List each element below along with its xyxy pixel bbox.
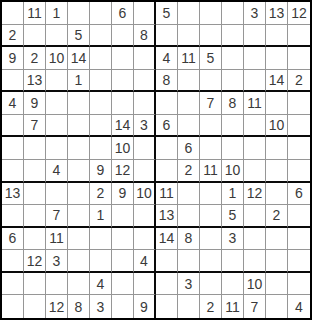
given-number: 7	[53, 208, 61, 222]
cell-r2c7[interactable]: 8	[134, 25, 156, 48]
given-number: 6	[295, 186, 303, 200]
given-number: 11	[27, 6, 42, 20]
cell-r1c1[interactable]	[2, 2, 24, 25]
given-number: 6	[119, 6, 127, 20]
cell-r5c9[interactable]	[178, 92, 200, 115]
given-number: 1	[53, 6, 61, 20]
cell-r7c4[interactable]	[68, 137, 90, 160]
given-number: 9	[9, 51, 17, 65]
cell-r14c8[interactable]	[156, 295, 178, 318]
cell-r14c12[interactable]: 7	[244, 295, 266, 318]
given-number: 8	[163, 73, 171, 87]
cell-r7c13[interactable]	[266, 137, 288, 160]
cell-r7c5[interactable]	[90, 137, 112, 160]
cell-r12c10[interactable]	[200, 250, 222, 273]
cell-r12c9[interactable]	[178, 250, 200, 273]
given-number: 8	[229, 96, 237, 110]
cell-r8c6[interactable]: 12	[112, 160, 134, 183]
given-number: 11	[181, 51, 196, 65]
cell-r12c14[interactable]	[288, 250, 310, 273]
cell-r2c5[interactable]	[90, 25, 112, 48]
cell-r4c9[interactable]	[178, 70, 200, 93]
cell-r12c13[interactable]	[266, 250, 288, 273]
given-number: 8	[185, 231, 193, 245]
cell-r9c2[interactable]	[24, 183, 46, 206]
cell-r14c1[interactable]	[2, 295, 24, 318]
cell-r9c13[interactable]	[266, 183, 288, 206]
cell-r3c5[interactable]	[90, 47, 112, 70]
cell-r11c5[interactable]	[90, 228, 112, 251]
cell-r8c10[interactable]: 11	[200, 160, 222, 183]
cell-r14c7[interactable]: 9	[134, 295, 156, 318]
cell-r9c6[interactable]: 9	[112, 183, 134, 206]
cell-r11c7[interactable]	[134, 228, 156, 251]
cell-r11c4[interactable]	[68, 228, 90, 251]
given-number: 12	[115, 163, 131, 177]
given-number: 10	[247, 277, 263, 291]
cell-r2c12[interactable]	[244, 25, 266, 48]
cell-r7c1[interactable]	[2, 137, 24, 160]
cell-r10c10[interactable]	[200, 205, 222, 228]
cell-r6c10[interactable]	[200, 115, 222, 138]
cell-r11c6[interactable]	[112, 228, 134, 251]
cell-r5c2[interactable]: 9	[24, 92, 46, 115]
given-number: 13	[159, 208, 175, 222]
cell-r11c9[interactable]: 8	[178, 228, 200, 251]
cell-r12c7[interactable]: 4	[134, 250, 156, 273]
cell-r10c7[interactable]	[134, 205, 156, 228]
cell-r8c1[interactable]	[2, 160, 24, 183]
given-number: 10	[49, 51, 65, 65]
given-number: 3	[53, 254, 61, 268]
cell-r14c10[interactable]: 2	[200, 295, 222, 318]
cell-r6c8[interactable]: 6	[156, 115, 178, 138]
given-number: 6	[185, 141, 193, 155]
cell-r10c1[interactable]	[2, 205, 24, 228]
cell-r1c11[interactable]	[222, 2, 244, 25]
cell-r4c11[interactable]	[222, 70, 244, 93]
given-number: 11	[49, 231, 64, 245]
cell-r5c4[interactable]	[68, 92, 90, 115]
cell-r2c3[interactable]	[46, 25, 68, 48]
given-number: 2	[97, 186, 105, 200]
cell-r4c2[interactable]: 13	[24, 70, 46, 93]
given-number: 3	[229, 231, 237, 245]
cell-r2c13[interactable]	[266, 25, 288, 48]
given-number: 2	[185, 163, 193, 177]
cell-r14c13[interactable]	[266, 295, 288, 318]
cell-r8c13[interactable]	[266, 160, 288, 183]
cell-r7c7[interactable]	[134, 137, 156, 160]
given-number: 8	[75, 300, 83, 314]
cell-r12c8[interactable]	[156, 250, 178, 273]
cell-r12c5[interactable]	[90, 250, 112, 273]
cell-r1c8[interactable]: 5	[156, 2, 178, 25]
cell-r5c12[interactable]: 11	[244, 92, 266, 115]
cell-r8c8[interactable]	[156, 160, 178, 183]
cell-r4c8[interactable]: 8	[156, 70, 178, 93]
cell-r14c11[interactable]: 11	[222, 295, 244, 318]
cell-r10c13[interactable]: 2	[266, 205, 288, 228]
given-number: 12	[49, 300, 65, 314]
cell-r4c12[interactable]	[244, 70, 266, 93]
given-number: 9	[31, 96, 39, 110]
cell-r3c8[interactable]: 4	[156, 47, 178, 70]
cell-r13c5[interactable]: 4	[90, 273, 112, 296]
cell-r7c6[interactable]: 10	[112, 137, 134, 160]
cell-r13c2[interactable]	[24, 273, 46, 296]
cell-r4c1[interactable]	[2, 70, 24, 93]
given-number: 12	[27, 254, 43, 268]
given-number: 2	[295, 73, 303, 87]
cell-r2c8[interactable]	[156, 25, 178, 48]
cell-r5c3[interactable]	[46, 92, 68, 115]
cell-r13c9[interactable]: 3	[178, 273, 200, 296]
cell-r1c7[interactable]	[134, 2, 156, 25]
cell-r14c6[interactable]	[112, 295, 134, 318]
cell-r13c7[interactable]	[134, 273, 156, 296]
cell-r13c8[interactable]	[156, 273, 178, 296]
given-number: 2	[273, 208, 281, 222]
cell-r1c14[interactable]: 12	[288, 2, 310, 25]
cell-r1c3[interactable]: 1	[46, 2, 68, 25]
cell-r10c14[interactable]	[288, 205, 310, 228]
cell-r7c2[interactable]	[24, 137, 46, 160]
given-number: 3	[185, 277, 193, 291]
given-number: 4	[97, 277, 105, 291]
cell-r6c12[interactable]	[244, 115, 266, 138]
cell-r3c4[interactable]: 14	[68, 47, 90, 70]
cell-r6c5[interactable]	[90, 115, 112, 138]
cell-r10c3[interactable]: 7	[46, 205, 68, 228]
cell-r8c12[interactable]	[244, 160, 266, 183]
given-number: 10	[115, 141, 131, 155]
cell-r9c9[interactable]	[178, 183, 200, 206]
cell-r13c6[interactable]	[112, 273, 134, 296]
cell-r14c4[interactable]: 8	[68, 295, 90, 318]
cell-r12c1[interactable]	[2, 250, 24, 273]
cell-r7c8[interactable]	[156, 137, 178, 160]
cell-r2c9[interactable]	[178, 25, 200, 48]
cell-r5c11[interactable]: 8	[222, 92, 244, 115]
given-number: 5	[229, 208, 237, 222]
cell-r8c4[interactable]	[68, 160, 90, 183]
cell-r3c1[interactable]: 9	[2, 47, 24, 70]
cell-r6c4[interactable]	[68, 115, 90, 138]
cell-r4c5[interactable]	[90, 70, 112, 93]
cell-r11c13[interactable]	[266, 228, 288, 251]
cell-r5c10[interactable]: 7	[200, 92, 222, 115]
cell-r4c4[interactable]: 1	[68, 70, 90, 93]
cell-r9c4[interactable]	[68, 183, 90, 206]
given-number: 4	[140, 254, 148, 268]
cell-r11c10[interactable]	[200, 228, 222, 251]
cell-r9c10[interactable]	[200, 183, 222, 206]
cell-r5c13[interactable]	[266, 92, 288, 115]
cell-r1c10[interactable]	[200, 2, 222, 25]
cell-r10c4[interactable]	[68, 205, 90, 228]
cell-r7c11[interactable]	[222, 137, 244, 160]
cell-r6c13[interactable]: 10	[266, 115, 288, 138]
cell-r8c7[interactable]	[134, 160, 156, 183]
cell-r6c1[interactable]	[2, 115, 24, 138]
given-number: 7	[31, 118, 39, 132]
cell-r10c2[interactable]	[24, 205, 46, 228]
cell-r12c2[interactable]: 12	[24, 250, 46, 273]
cell-r5c8[interactable]	[156, 92, 178, 115]
cell-r2c2[interactable]	[24, 25, 46, 48]
given-number: 11	[247, 96, 262, 110]
cell-r6c14[interactable]	[288, 115, 310, 138]
given-number: 9	[97, 163, 105, 177]
given-number: 12	[247, 186, 263, 200]
cell-r11c11[interactable]: 3	[222, 228, 244, 251]
sudoku-board: 1116531312258921014411513181424978117143…	[0, 0, 312, 320]
cell-r2c1[interactable]: 2	[2, 25, 24, 48]
cell-r6c6[interactable]: 14	[112, 115, 134, 138]
given-number: 5	[75, 28, 83, 42]
cell-r3c3[interactable]: 10	[46, 47, 68, 70]
cell-r3c9[interactable]: 11	[178, 47, 200, 70]
cell-r8c5[interactable]: 9	[90, 160, 112, 183]
cell-r6c11[interactable]	[222, 115, 244, 138]
cell-r4c14[interactable]: 2	[288, 70, 310, 93]
cell-r14c5[interactable]: 3	[90, 295, 112, 318]
given-number: 2	[207, 300, 215, 314]
cell-r3c10[interactable]: 5	[200, 47, 222, 70]
given-number: 11	[159, 186, 174, 200]
cell-r4c7[interactable]	[134, 70, 156, 93]
given-number: 4	[53, 163, 61, 177]
cell-r11c14[interactable]	[288, 228, 310, 251]
given-number: 4	[9, 96, 17, 110]
cell-r13c12[interactable]: 10	[244, 273, 266, 296]
cell-r9c1[interactable]: 13	[2, 183, 24, 206]
cell-r5c7[interactable]	[134, 92, 156, 115]
cell-r10c5[interactable]: 1	[90, 205, 112, 228]
cell-r9c12[interactable]: 12	[244, 183, 266, 206]
cell-r2c11[interactable]	[222, 25, 244, 48]
cell-r11c2[interactable]	[24, 228, 46, 251]
cell-r1c12[interactable]: 3	[244, 2, 266, 25]
cell-r9c11[interactable]: 1	[222, 183, 244, 206]
cell-r13c3[interactable]	[46, 273, 68, 296]
cell-r1c9[interactable]	[178, 2, 200, 25]
cell-r10c12[interactable]	[244, 205, 266, 228]
given-number: 1	[75, 73, 83, 87]
given-number: 6	[163, 118, 171, 132]
cell-r6c2[interactable]: 7	[24, 115, 46, 138]
cell-r13c1[interactable]	[2, 273, 24, 296]
cell-r14c3[interactable]: 12	[46, 295, 68, 318]
given-number: 7	[207, 96, 215, 110]
given-number: 8	[140, 28, 148, 42]
cell-r1c4[interactable]	[68, 2, 90, 25]
given-number: 5	[163, 6, 171, 20]
cell-r9c5[interactable]: 2	[90, 183, 112, 206]
cell-r4c13[interactable]: 14	[266, 70, 288, 93]
cell-r2c14[interactable]	[288, 25, 310, 48]
given-number: 14	[269, 73, 285, 87]
cell-r12c3[interactable]: 3	[46, 250, 68, 273]
cell-r3c13[interactable]	[266, 47, 288, 70]
cell-r6c3[interactable]	[46, 115, 68, 138]
given-number: 2	[9, 28, 17, 42]
cell-r7c9[interactable]: 6	[178, 137, 200, 160]
cell-r3c6[interactable]	[112, 47, 134, 70]
cell-r2c4[interactable]: 5	[68, 25, 90, 48]
cell-r8c2[interactable]	[24, 160, 46, 183]
cell-r8c11[interactable]: 10	[222, 160, 244, 183]
given-number: 14	[71, 51, 87, 65]
given-number: 14	[159, 231, 175, 245]
given-number: 7	[251, 300, 259, 314]
cell-r5c14[interactable]	[288, 92, 310, 115]
cell-r6c9[interactable]	[178, 115, 200, 138]
cell-r10c11[interactable]: 5	[222, 205, 244, 228]
cell-r3c2[interactable]: 2	[24, 47, 46, 70]
cell-r2c10[interactable]	[200, 25, 222, 48]
cell-r5c1[interactable]: 4	[2, 92, 24, 115]
cell-r13c4[interactable]	[68, 273, 90, 296]
cell-r11c1[interactable]: 6	[2, 228, 24, 251]
cell-r5c5[interactable]	[90, 92, 112, 115]
given-number: 3	[140, 118, 148, 132]
cell-r9c8[interactable]: 11	[156, 183, 178, 206]
cell-r7c3[interactable]	[46, 137, 68, 160]
cell-r3c11[interactable]	[222, 47, 244, 70]
cell-r1c2[interactable]: 11	[24, 2, 46, 25]
given-number: 11	[225, 300, 240, 314]
cell-r1c13[interactable]: 13	[266, 2, 288, 25]
cell-r8c14[interactable]	[288, 160, 310, 183]
cell-r13c10[interactable]	[200, 273, 222, 296]
cell-r11c12[interactable]	[244, 228, 266, 251]
given-number: 13	[27, 73, 43, 87]
cell-r11c3[interactable]: 11	[46, 228, 68, 251]
cell-r12c12[interactable]	[244, 250, 266, 273]
cell-r9c7[interactable]: 10	[134, 183, 156, 206]
cell-r5c6[interactable]	[112, 92, 134, 115]
given-number: 11	[203, 163, 218, 177]
cell-r9c14[interactable]: 6	[288, 183, 310, 206]
cell-r1c6[interactable]: 6	[112, 2, 134, 25]
cell-r12c4[interactable]	[68, 250, 90, 273]
given-number: 1	[97, 208, 105, 222]
cell-r13c14[interactable]	[288, 273, 310, 296]
given-number: 14	[115, 118, 131, 132]
given-number: 10	[269, 118, 285, 132]
cell-r4c6[interactable]	[112, 70, 134, 93]
cell-r6c7[interactable]: 3	[134, 115, 156, 138]
cell-r14c9[interactable]	[178, 295, 200, 318]
given-number: 9	[140, 300, 148, 314]
given-number: 10	[136, 186, 152, 200]
cell-r14c14[interactable]: 4	[288, 295, 310, 318]
cell-r8c9[interactable]: 2	[178, 160, 200, 183]
cell-r10c8[interactable]: 13	[156, 205, 178, 228]
given-number: 13	[5, 186, 21, 200]
cell-r3c14[interactable]	[288, 47, 310, 70]
given-number: 9	[119, 186, 127, 200]
cell-r12c11[interactable]	[222, 250, 244, 273]
cell-r7c12[interactable]	[244, 137, 266, 160]
given-number: 3	[97, 300, 105, 314]
cell-r4c3[interactable]	[46, 70, 68, 93]
cell-r11c8[interactable]: 14	[156, 228, 178, 251]
given-number: 2	[31, 51, 39, 65]
given-number: 3	[251, 6, 259, 20]
cell-r10c6[interactable]	[112, 205, 134, 228]
cell-r9c3[interactable]	[46, 183, 68, 206]
cell-r10c9[interactable]	[178, 205, 200, 228]
given-number: 6	[9, 231, 17, 245]
given-number: 12	[291, 6, 307, 20]
given-number: 13	[269, 6, 285, 20]
cell-r7c10[interactable]	[200, 137, 222, 160]
cell-r14c2[interactable]	[24, 295, 46, 318]
given-number: 4	[163, 51, 171, 65]
cell-r2c6[interactable]	[112, 25, 134, 48]
cell-r3c12[interactable]	[244, 47, 266, 70]
given-number: 4	[295, 300, 303, 314]
given-number: 5	[207, 51, 215, 65]
cell-r7c14[interactable]	[288, 137, 310, 160]
cell-r3c7[interactable]	[134, 47, 156, 70]
given-number: 1	[229, 186, 237, 200]
given-number: 10	[225, 163, 241, 177]
cell-r1c5[interactable]	[90, 2, 112, 25]
cell-r13c13[interactable]	[266, 273, 288, 296]
cell-r12c6[interactable]	[112, 250, 134, 273]
cell-r8c3[interactable]: 4	[46, 160, 68, 183]
cell-r4c10[interactable]	[200, 70, 222, 93]
cell-r13c11[interactable]	[222, 273, 244, 296]
